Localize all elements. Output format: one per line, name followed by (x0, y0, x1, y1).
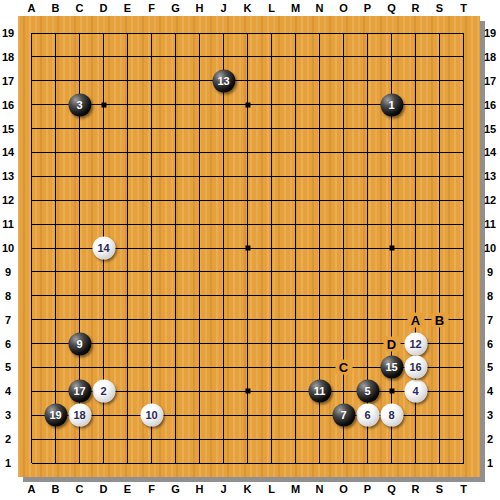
grid-line-vertical (463, 33, 464, 463)
coord-left-16: 16 (2, 99, 14, 110)
board-label-a: A (407, 312, 424, 327)
stone-white-r4: 4 (404, 380, 427, 403)
coord-top-f: F (148, 3, 155, 14)
coord-right-1: 1 (487, 458, 493, 469)
coord-right-14: 14 (484, 147, 496, 158)
coord-right-6: 6 (487, 338, 493, 349)
coord-bottom-l: L (268, 484, 275, 495)
grid-line-vertical (55, 33, 56, 463)
coord-top-l: L (268, 3, 275, 14)
coord-top-a: A (28, 3, 36, 14)
coord-left-19: 19 (2, 28, 14, 39)
coord-left-7: 7 (5, 314, 11, 325)
stone-black-j17: 13 (212, 69, 235, 92)
coord-right-10: 10 (484, 243, 496, 254)
coord-top-p: P (364, 3, 371, 14)
coord-top-t: T (460, 3, 467, 14)
coord-left-12: 12 (2, 195, 14, 206)
stone-white-r6: 12 (404, 332, 427, 355)
coord-bottom-b: B (52, 484, 60, 495)
grid-line-vertical (199, 33, 200, 463)
coord-left-14: 14 (2, 147, 14, 158)
stone-white-p3: 6 (356, 404, 379, 427)
stone-black-b3: 19 (44, 404, 67, 427)
coord-bottom-r: R (412, 484, 420, 495)
coord-top-c: C (76, 3, 84, 14)
coord-right-11: 11 (484, 219, 496, 230)
star-point-k4 (245, 389, 250, 394)
coord-left-2: 2 (5, 434, 11, 445)
star-point-q4 (389, 389, 394, 394)
stone-white-q3: 8 (380, 404, 403, 427)
stone-black-n4: 11 (308, 380, 331, 403)
stone-white-f3: 10 (140, 404, 163, 427)
coord-left-13: 13 (2, 171, 14, 182)
coord-left-4: 4 (5, 386, 11, 397)
coord-bottom-d: D (100, 484, 108, 495)
coord-bottom-n: N (316, 484, 324, 495)
stone-black-q5: 15 (380, 356, 403, 379)
grid-line-vertical (439, 33, 440, 463)
coord-bottom-k: K (244, 484, 252, 495)
coord-bottom-m: M (291, 484, 300, 495)
coord-left-17: 17 (2, 75, 14, 86)
grid-line-vertical (151, 33, 152, 463)
board-label-b: B (431, 312, 448, 327)
coord-top-k: K (244, 3, 252, 14)
coord-left-18: 18 (2, 51, 14, 62)
star-point-k16 (245, 102, 250, 107)
coord-top-j: J (220, 3, 226, 14)
grid-line-vertical (343, 33, 344, 463)
coord-top-n: N (316, 3, 324, 14)
stone-black-c16: 3 (68, 93, 91, 116)
coord-right-4: 4 (487, 386, 493, 397)
grid-line-vertical (175, 33, 176, 463)
go-board: ABCD12345678910111213141516171819 (18, 16, 480, 477)
stone-white-d4: 2 (92, 380, 115, 403)
coord-bottom-a: A (28, 484, 36, 495)
go-diagram: ABCD12345678910111213141516171819 AABBCC… (0, 0, 500, 500)
coord-left-8: 8 (5, 290, 11, 301)
coord-left-10: 10 (2, 243, 14, 254)
coord-left-3: 3 (5, 410, 11, 421)
coord-bottom-p: P (364, 484, 371, 495)
grid-line-vertical (271, 33, 272, 463)
coord-right-5: 5 (487, 362, 493, 373)
coord-right-18: 18 (484, 51, 496, 62)
coord-top-h: H (196, 3, 204, 14)
coord-top-d: D (100, 3, 108, 14)
coord-top-q: Q (387, 3, 396, 14)
grid-line-vertical (31, 33, 32, 463)
board-label-c: C (335, 360, 352, 375)
stone-black-c6: 9 (68, 332, 91, 355)
coord-bottom-j: J (220, 484, 226, 495)
coord-top-o: O (339, 3, 348, 14)
coord-top-s: S (436, 3, 443, 14)
coord-left-1: 1 (5, 458, 11, 469)
coord-right-16: 16 (484, 99, 496, 110)
coord-top-m: M (291, 3, 300, 14)
coord-top-r: R (412, 3, 420, 14)
coord-bottom-e: E (124, 484, 131, 495)
stone-black-o3: 7 (332, 404, 355, 427)
stone-black-c4: 17 (68, 380, 91, 403)
coord-bottom-q: Q (387, 484, 396, 495)
coord-bottom-s: S (436, 484, 443, 495)
board-label-d: D (383, 336, 400, 351)
coord-right-3: 3 (487, 410, 493, 421)
coord-right-15: 15 (484, 123, 496, 134)
stone-black-p4: 5 (356, 380, 379, 403)
coord-top-g: G (171, 3, 180, 14)
stone-white-c3: 18 (68, 404, 91, 427)
coord-bottom-o: O (339, 484, 348, 495)
coord-top-b: B (52, 3, 60, 14)
coord-right-9: 9 (487, 266, 493, 277)
coord-bottom-f: F (148, 484, 155, 495)
coord-right-13: 13 (484, 171, 496, 182)
star-point-d16 (101, 102, 106, 107)
coord-right-7: 7 (487, 314, 493, 325)
grid-line-vertical (295, 33, 296, 463)
coord-top-e: E (124, 3, 131, 14)
coord-bottom-c: C (76, 484, 84, 495)
coord-left-6: 6 (5, 338, 11, 349)
stone-white-r5: 16 (404, 356, 427, 379)
coord-bottom-t: T (460, 484, 467, 495)
coord-left-11: 11 (2, 219, 14, 230)
coord-bottom-g: G (171, 484, 180, 495)
coord-right-2: 2 (487, 434, 493, 445)
coord-left-9: 9 (5, 266, 11, 277)
coord-right-12: 12 (484, 195, 496, 206)
stone-black-q16: 1 (380, 93, 403, 116)
stone-white-d10: 14 (92, 237, 115, 260)
star-point-k10 (245, 246, 250, 251)
coord-left-15: 15 (2, 123, 14, 134)
coord-left-5: 5 (5, 362, 11, 373)
coord-right-8: 8 (487, 290, 493, 301)
grid-line-vertical (127, 33, 128, 463)
grid-line-vertical (223, 33, 224, 463)
coord-bottom-h: H (196, 484, 204, 495)
coord-right-19: 19 (484, 28, 496, 39)
coord-right-17: 17 (484, 75, 496, 86)
star-point-q10 (389, 246, 394, 251)
